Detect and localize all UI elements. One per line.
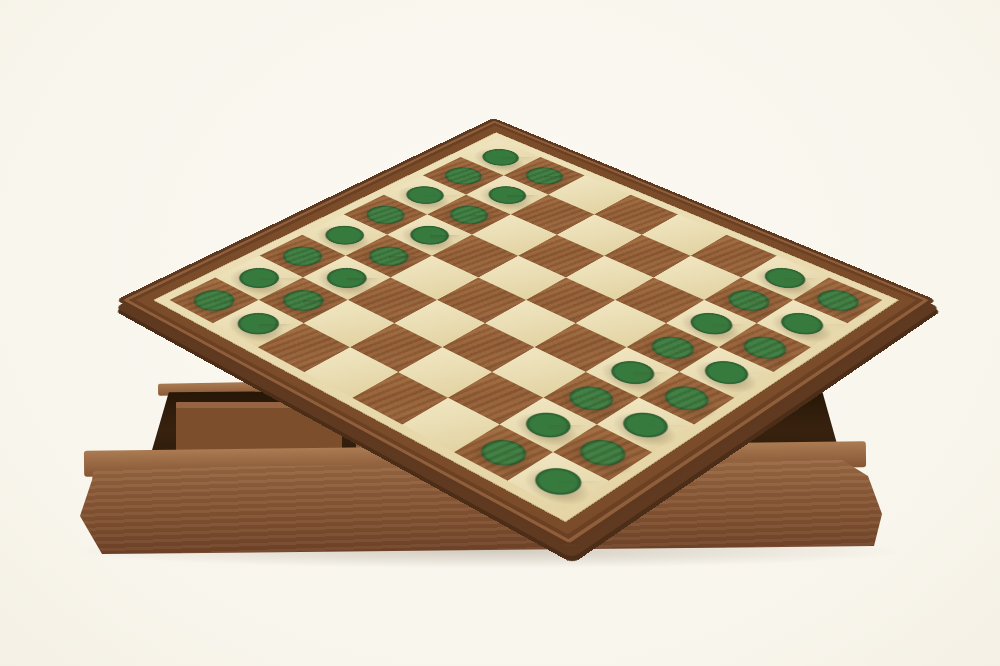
product-photo-scene: ♜♟♟♜♞♟♟♞♝♟♟♝♛♟♟♛♚♟♟♚♝♟♟♝♞♟♟♞♜♟♟♜ bbox=[0, 0, 1000, 666]
piece-white-rook: ♜ bbox=[497, 359, 619, 495]
board-grid: ♜♟♟♜♞♟♟♞♝♟♟♝♛♟♟♛♚♟♟♚♝♟♟♝♞♟♟♞♜♟♟♜ bbox=[153, 132, 900, 522]
piece-black-pawn: ♟ bbox=[214, 234, 302, 333]
square-h7: ♟ bbox=[213, 300, 304, 347]
board-perspective-wrap: ♜♟♟♜♞♟♟♞♝♟♟♝♛♟♟♛♚♟♟♚♝♟♟♝♞♟♟♞♜♟♟♜ bbox=[236, 10, 816, 590]
square-h1: ♜ bbox=[508, 452, 609, 511]
chess-board: ♜♟♟♜♞♟♟♞♝♟♟♝♛♟♟♛♚♟♟♚♝♟♟♝♞♟♟♞♜♟♟♜ bbox=[116, 118, 936, 548]
